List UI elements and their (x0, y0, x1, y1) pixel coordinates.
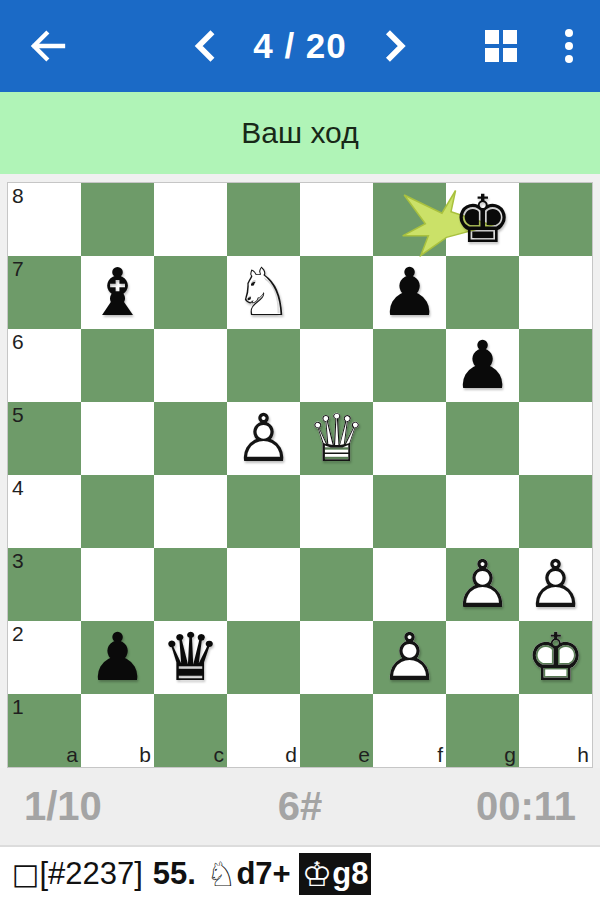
square-h5[interactable] (519, 402, 592, 475)
square-b8[interactable] (81, 183, 154, 256)
square-a6[interactable]: 6 (8, 329, 81, 402)
arrow-back-icon (28, 26, 68, 66)
rank-label: 7 (12, 257, 24, 281)
rank-label: 3 (12, 549, 24, 573)
square-a1[interactable]: 1a (8, 694, 81, 767)
piece-white-pawn-h3[interactable]: ♟♙ (519, 548, 592, 621)
square-g4[interactable] (446, 475, 519, 548)
app-bar: 4 / 20 (0, 0, 600, 92)
file-label: a (66, 743, 78, 767)
piece-white-queen-e5[interactable]: ♛♕ (300, 402, 373, 475)
piece-black-bishop-b7[interactable]: ♝ (81, 256, 154, 329)
square-f1[interactable]: f (373, 694, 446, 767)
prev-puzzle-button[interactable] (189, 26, 223, 66)
timer: 00:11 (476, 784, 576, 829)
square-b6[interactable] (81, 329, 154, 402)
square-d2[interactable] (227, 621, 300, 694)
square-d6[interactable] (227, 329, 300, 402)
square-f6[interactable] (373, 329, 446, 402)
square-e7[interactable] (300, 256, 373, 329)
square-b5[interactable] (81, 402, 154, 475)
square-f5[interactable] (373, 402, 446, 475)
turn-banner: Ваш ход (0, 92, 600, 174)
square-e2[interactable] (300, 621, 373, 694)
piece-white-knight-d7[interactable]: ♞♘ (227, 256, 300, 329)
square-c8[interactable] (154, 183, 227, 256)
rank-label: 8 (12, 184, 24, 208)
square-c7[interactable] (154, 256, 227, 329)
rank-label: 5 (12, 403, 24, 427)
move-number: 55. (153, 856, 196, 892)
square-d3[interactable] (227, 548, 300, 621)
piece-white-pawn-g3[interactable]: ♟♙ (446, 548, 519, 621)
black-piece-glyph: ♚ (453, 187, 512, 253)
white-to-move-symbol: □ (12, 857, 39, 891)
square-d1[interactable]: d (227, 694, 300, 767)
black-piece-glyph: ♝ (88, 260, 147, 326)
square-f4[interactable] (373, 475, 446, 548)
next-puzzle-button[interactable] (377, 26, 411, 66)
square-a4[interactable]: 4 (8, 475, 81, 548)
white-move-text: d7+ (236, 856, 290, 892)
app-bar-actions (478, 0, 600, 92)
chevron-right-icon (379, 28, 409, 64)
square-d8[interactable] (227, 183, 300, 256)
black-move-text: g8 (332, 856, 368, 892)
piece-white-pawn-f2[interactable]: ♟♙ (373, 621, 446, 694)
file-label: h (577, 743, 589, 767)
status-bar: 1/10 6# 00:11 (0, 768, 600, 845)
square-g1[interactable]: g (446, 694, 519, 767)
square-e3[interactable] (300, 548, 373, 621)
white-move[interactable]: ♘d7+ (206, 854, 291, 894)
grid-view-button[interactable] (478, 23, 524, 69)
back-button[interactable] (26, 24, 70, 68)
white-piece-outline: ♕ (307, 406, 366, 472)
overflow-menu-button[interactable] (552, 23, 586, 69)
piece-black-king-g8[interactable]: ♚ (446, 183, 519, 256)
square-a2[interactable]: 2 (8, 621, 81, 694)
grid-view-icon (485, 30, 517, 62)
rank-label: 4 (12, 476, 24, 500)
square-e4[interactable] (300, 475, 373, 548)
file-label: e (358, 743, 370, 767)
square-h4[interactable] (519, 475, 592, 548)
square-e6[interactable] (300, 329, 373, 402)
turn-banner-text: Ваш ход (241, 116, 358, 150)
square-e1[interactable]: e (300, 694, 373, 767)
square-h7[interactable] (519, 256, 592, 329)
square-f3[interactable] (373, 548, 446, 621)
square-a8[interactable]: 8 (8, 183, 81, 256)
square-a3[interactable]: 3 (8, 548, 81, 621)
square-g7[interactable] (446, 256, 519, 329)
rank-label: 1 (12, 695, 24, 719)
black-piece-glyph: ♛ (161, 625, 220, 691)
file-label: c (214, 743, 225, 767)
score-counter: 1/10 (24, 784, 102, 829)
file-label: g (504, 743, 516, 767)
notation-line[interactable]: □ [#2237] 55. ♘d7+ ♔g8 (0, 845, 600, 900)
square-h8[interactable] (519, 183, 592, 256)
white-piece-outline: ♔ (526, 625, 585, 691)
black-piece-glyph: ♟ (453, 333, 512, 399)
black-move-current[interactable]: ♔g8 (299, 853, 372, 895)
puzzle-pager: 4 / 20 (189, 0, 411, 92)
piece-black-pawn-f7[interactable]: ♟ (373, 256, 446, 329)
square-b3[interactable] (81, 548, 154, 621)
piece-black-pawn-g6[interactable]: ♟ (446, 329, 519, 402)
white-piece-outline: ♙ (380, 625, 439, 691)
mate-task-label: 6# (278, 784, 323, 829)
square-b4[interactable] (81, 475, 154, 548)
square-c1[interactable]: c (154, 694, 227, 767)
piece-black-queen-c2[interactable]: ♛ (154, 621, 227, 694)
knight-glyph-icon: ♘ (206, 854, 236, 894)
white-piece-outline: ♙ (234, 406, 293, 472)
square-b1[interactable]: b (81, 694, 154, 767)
white-piece-outline: ♘ (234, 260, 293, 326)
board-area: 87654321abcdefgh♚♝♞♘♟♟♟♙♛♕♟♙♟♙♟♛♟♙♚♔ (0, 174, 600, 768)
square-g2[interactable] (446, 621, 519, 694)
white-piece-outline: ♙ (526, 552, 585, 618)
kebab-menu-icon (565, 29, 573, 63)
square-c4[interactable] (154, 475, 227, 548)
square-a7[interactable]: 7 (8, 256, 81, 329)
square-c6[interactable] (154, 329, 227, 402)
square-e8[interactable] (300, 183, 373, 256)
file-label: b (139, 743, 151, 767)
king-glyph-icon: ♔ (302, 854, 332, 894)
rank-label: 6 (12, 330, 24, 354)
square-g5[interactable] (446, 402, 519, 475)
file-label: d (285, 743, 297, 767)
piece-white-king-h2[interactable]: ♚♔ (519, 621, 592, 694)
square-h1[interactable]: h (519, 694, 592, 767)
square-h6[interactable] (519, 329, 592, 402)
black-piece-glyph: ♟ (88, 625, 147, 691)
puzzle-counter: 4 / 20 (253, 26, 347, 66)
puzzle-id: [#2237] (39, 856, 142, 892)
square-d4[interactable] (227, 475, 300, 548)
puzzle-app: 4 / 20 Ваш ход 87654321abcdefgh♚♝♞♘♟♟♟♙♛… (0, 0, 600, 900)
chevron-left-icon (191, 28, 221, 64)
square-a5[interactable]: 5 (8, 402, 81, 475)
piece-white-pawn-d5[interactable]: ♟♙ (227, 402, 300, 475)
piece-black-pawn-b2[interactable]: ♟ (81, 621, 154, 694)
square-c5[interactable] (154, 402, 227, 475)
square-c3[interactable] (154, 548, 227, 621)
white-piece-outline: ♙ (453, 552, 512, 618)
black-piece-glyph: ♟ (380, 260, 439, 326)
file-label: f (437, 743, 443, 767)
rank-label: 2 (12, 622, 24, 646)
chess-board[interactable]: 87654321abcdefgh♚♝♞♘♟♟♟♙♛♕♟♙♟♙♟♛♟♙♚♔ (7, 182, 593, 768)
